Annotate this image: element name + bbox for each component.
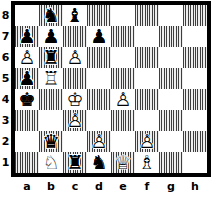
white-king-c4: ♚♔ [63,89,87,110]
square-d4 [87,89,111,110]
square-d8 [87,5,111,26]
square-b5: ♜♖ [39,68,63,89]
square-b8: ♞♞ [39,5,63,26]
rank-label-6: 6 [0,47,11,68]
white-knight-b1: ♞♘ [39,152,63,173]
square-f2: ♟♙ [135,131,159,152]
square-f4 [135,89,159,110]
white-rook-b5: ♜♖ [39,68,63,89]
square-h5 [183,68,207,89]
square-e4: ♟♙ [111,89,135,110]
square-c5 [63,68,87,89]
square-d7: ♟♟ [87,26,111,47]
square-e5 [111,68,135,89]
square-b7: ♟♟ [39,26,63,47]
black-knight-d1: ♞♞ [87,152,111,173]
rank-label-4: 4 [0,89,11,110]
square-h7 [183,26,207,47]
square-h8 [183,5,207,26]
square-e7 [111,26,135,47]
square-a6: ♟♙ [15,47,39,68]
square-h4 [183,89,207,110]
square-c1: ♜♜ [63,152,87,173]
white-pawn-d2: ♟♙ [87,131,111,152]
square-f5 [135,68,159,89]
square-c3: ♟♙ [63,110,87,131]
square-h1 [183,152,207,173]
square-f6 [135,47,159,68]
file-label-b: b [39,179,63,195]
square-b4 [39,89,63,110]
white-bishop-f1: ♝♗ [135,152,159,173]
rank-label-8: 8 [0,5,11,26]
white-queen-e1: ♛♕ [111,152,135,173]
black-rook-b6: ♜♜ [39,47,63,68]
square-e8 [111,5,135,26]
square-f7 [135,26,159,47]
file-label-f: f [135,179,159,195]
black-queen-b2: ♛♛ [39,131,63,152]
square-g8 [159,5,183,26]
file-label-d: d [87,179,111,195]
white-pawn-c3: ♟♙ [63,110,87,131]
square-f3 [135,110,159,131]
square-f8 [135,5,159,26]
rank-label-5: 5 [0,68,11,89]
square-d5 [87,68,111,89]
file-label-a: a [15,179,39,195]
square-h3 [183,110,207,131]
square-e1: ♛♕ [111,152,135,173]
square-b6: ♜♜ [39,47,63,68]
square-b1: ♞♘ [39,152,63,173]
square-h2 [183,131,207,152]
square-c6: ♟♙ [63,47,87,68]
square-g3 [159,110,183,131]
black-pawn-a5: ♟♟ [15,68,39,89]
rank-label-1: 1 [0,152,11,173]
square-g4 [159,89,183,110]
square-a4: ♚♚ [15,89,39,110]
white-pawn-e4: ♟♙ [111,89,135,110]
square-d2: ♟♙ [87,131,111,152]
square-a5: ♟♟ [15,68,39,89]
square-a1 [15,152,39,173]
square-h6 [183,47,207,68]
rank-label-3: 3 [0,110,11,131]
white-pawn-a6: ♟♙ [15,47,39,68]
square-g1 [159,152,183,173]
square-a2 [15,131,39,152]
square-d6 [87,47,111,68]
square-g6 [159,47,183,68]
square-a8 [15,5,39,26]
square-c4: ♚♔ [63,89,87,110]
square-e6 [111,47,135,68]
square-g2 [159,131,183,152]
black-knight-b8: ♞♞ [39,5,63,26]
rank-label-7: 7 [0,26,11,47]
rank-label-2: 2 [0,131,11,152]
square-b3 [39,110,63,131]
black-pawn-b7: ♟♟ [39,26,63,47]
square-c7 [63,26,87,47]
black-bishop-c8: ♝♝ [63,5,87,26]
square-d1: ♞♞ [87,152,111,173]
square-c2 [63,131,87,152]
file-label-c: c [63,179,87,195]
file-label-e: e [111,179,135,195]
black-pawn-d7: ♟♟ [87,26,111,47]
square-e2 [111,131,135,152]
white-pawn-f2: ♟♙ [135,131,159,152]
square-a3 [15,110,39,131]
file-label-g: g [159,179,183,195]
file-labels: abcdefgh [12,179,207,195]
square-f1: ♝♗ [135,152,159,173]
white-pawn-c6: ♟♙ [63,47,87,68]
chess-diagram: 87654321 ♞♞♝♝♟♟♟♟♟♟♟♙♜♜♟♙♟♟♜♖♚♚♚♔♟♙♟♙♛♛♟… [0,0,218,198]
board: ♞♞♝♝♟♟♟♟♟♟♟♙♜♜♟♙♟♟♜♖♚♚♚♔♟♙♟♙♛♛♟♙♟♙♞♘♜♜♞♞… [12,2,210,176]
file-label-h: h [183,179,207,195]
square-b2: ♛♛ [39,131,63,152]
black-rook-c1: ♜♜ [63,152,87,173]
square-d3 [87,110,111,131]
square-g7 [159,26,183,47]
rank-labels: 87654321 [0,2,11,173]
square-a7: ♟♟ [15,26,39,47]
square-c8: ♝♝ [63,5,87,26]
black-king-a4: ♚♚ [15,89,39,110]
black-pawn-a7: ♟♟ [15,26,39,47]
square-e3 [111,110,135,131]
square-g5 [159,68,183,89]
